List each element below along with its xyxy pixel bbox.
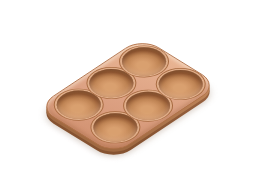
muffin-pan-top-face [36, 37, 219, 155]
product-photo [0, 0, 260, 190]
